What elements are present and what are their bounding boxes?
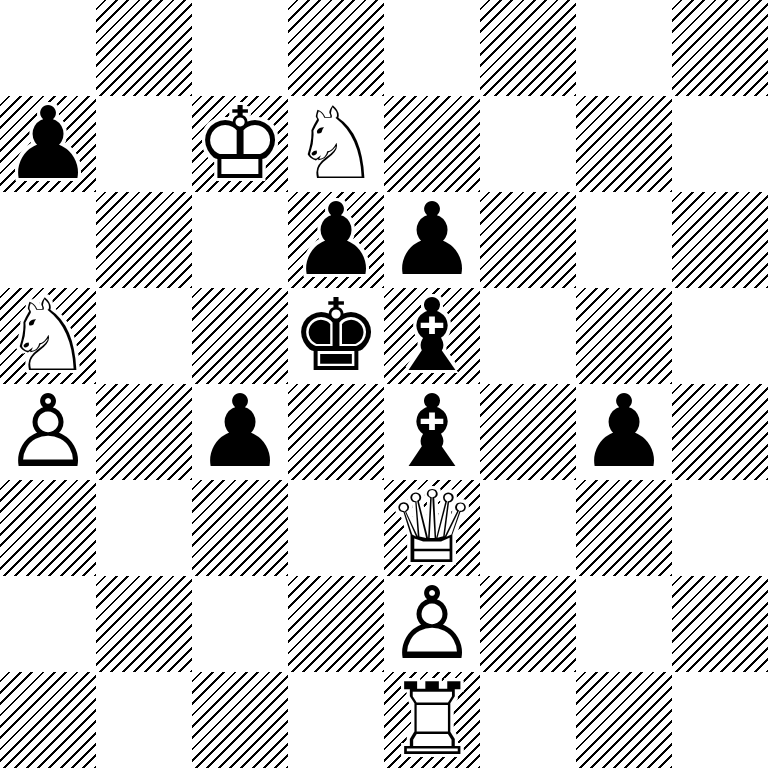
black-pawn-icon: ♟ [3,96,93,192]
square-g3[interactable] [576,480,672,576]
square-f4[interactable] [480,384,576,480]
square-f7[interactable] [480,96,576,192]
square-b6[interactable] [96,192,192,288]
square-b5[interactable] [96,288,192,384]
square-c2[interactable] [192,576,288,672]
square-f6[interactable] [480,192,576,288]
white-rook-icon: ♖ [387,672,477,768]
square-e5[interactable]: ♝♝ [384,288,480,384]
black-pawn-icon: ♟ [579,384,669,480]
square-a6[interactable] [0,192,96,288]
piece-white-king-c7[interactable]: ♚♔ [192,96,288,192]
square-c8[interactable] [192,0,288,96]
white-pawn-icon: ♙ [3,384,93,480]
square-d7[interactable]: ♞♘ [288,96,384,192]
square-d6[interactable]: ♟♟ [288,192,384,288]
piece-white-rook-e1[interactable]: ♜♖ [384,672,480,768]
piece-black-pawn-a7[interactable]: ♟♟ [0,96,96,192]
square-e4[interactable]: ♝♝ [384,384,480,480]
piece-white-pawn-e2[interactable]: ♟♙ [384,576,480,672]
piece-white-knight-a5[interactable]: ♞♘ [0,288,96,384]
square-h2[interactable] [672,576,768,672]
square-a8[interactable] [0,0,96,96]
black-pawn-icon: ♟ [291,192,381,288]
square-a7[interactable]: ♟♟ [0,96,96,192]
square-g1[interactable] [576,672,672,768]
square-h3[interactable] [672,480,768,576]
square-f2[interactable] [480,576,576,672]
black-bishop-icon: ♝ [387,384,477,480]
white-knight-icon: ♘ [3,288,93,384]
piece-white-pawn-a4[interactable]: ♟♙ [0,384,96,480]
white-king-icon: ♔ [195,96,285,192]
square-c3[interactable] [192,480,288,576]
square-f5[interactable] [480,288,576,384]
square-e3[interactable]: ♛♕ [384,480,480,576]
square-c1[interactable] [192,672,288,768]
square-b2[interactable] [96,576,192,672]
square-b1[interactable] [96,672,192,768]
square-a4[interactable]: ♟♙ [0,384,96,480]
square-e7[interactable] [384,96,480,192]
white-knight-icon: ♘ [291,96,381,192]
square-f3[interactable] [480,480,576,576]
square-a2[interactable] [0,576,96,672]
square-d5[interactable]: ♚♚ [288,288,384,384]
square-e2[interactable]: ♟♙ [384,576,480,672]
square-d4[interactable] [288,384,384,480]
square-g7[interactable] [576,96,672,192]
square-h8[interactable] [672,0,768,96]
square-c7[interactable]: ♚♔ [192,96,288,192]
square-c6[interactable] [192,192,288,288]
square-h7[interactable] [672,96,768,192]
piece-black-bishop-e5[interactable]: ♝♝ [384,288,480,384]
square-g4[interactable]: ♟♟ [576,384,672,480]
square-a1[interactable] [0,672,96,768]
square-f8[interactable] [480,0,576,96]
white-pawn-icon: ♙ [387,576,477,672]
piece-black-king-d5[interactable]: ♚♚ [288,288,384,384]
black-pawn-icon: ♟ [195,384,285,480]
piece-white-queen-e3[interactable]: ♛♕ [384,480,480,576]
black-king-icon: ♚ [291,288,381,384]
black-bishop-icon: ♝ [387,288,477,384]
piece-black-pawn-g4[interactable]: ♟♟ [576,384,672,480]
square-c5[interactable] [192,288,288,384]
square-b8[interactable] [96,0,192,96]
square-h5[interactable] [672,288,768,384]
square-d3[interactable] [288,480,384,576]
square-a3[interactable] [0,480,96,576]
piece-black-pawn-c4[interactable]: ♟♟ [192,384,288,480]
square-b4[interactable] [96,384,192,480]
square-c4[interactable]: ♟♟ [192,384,288,480]
piece-white-knight-d7[interactable]: ♞♘ [288,96,384,192]
square-h1[interactable] [672,672,768,768]
square-f1[interactable] [480,672,576,768]
square-d8[interactable] [288,0,384,96]
square-d1[interactable] [288,672,384,768]
square-h4[interactable] [672,384,768,480]
square-d2[interactable] [288,576,384,672]
black-pawn-icon: ♟ [387,192,477,288]
square-e6[interactable]: ♟♟ [384,192,480,288]
square-g6[interactable] [576,192,672,288]
square-g5[interactable] [576,288,672,384]
piece-black-pawn-e6[interactable]: ♟♟ [384,192,480,288]
square-h6[interactable] [672,192,768,288]
square-a5[interactable]: ♞♘ [0,288,96,384]
piece-black-bishop-e4[interactable]: ♝♝ [384,384,480,480]
square-g8[interactable] [576,0,672,96]
square-b3[interactable] [96,480,192,576]
square-b7[interactable] [96,96,192,192]
piece-black-pawn-d6[interactable]: ♟♟ [288,192,384,288]
square-e8[interactable] [384,0,480,96]
white-queen-icon: ♕ [387,480,477,576]
square-g2[interactable] [576,576,672,672]
square-e1[interactable]: ♜♖ [384,672,480,768]
chessboard: ♟♟♚♔♞♘♟♟♟♟♞♘♚♚♝♝♟♙♟♟♝♝♟♟♛♕♟♙♜♖ [0,0,768,768]
